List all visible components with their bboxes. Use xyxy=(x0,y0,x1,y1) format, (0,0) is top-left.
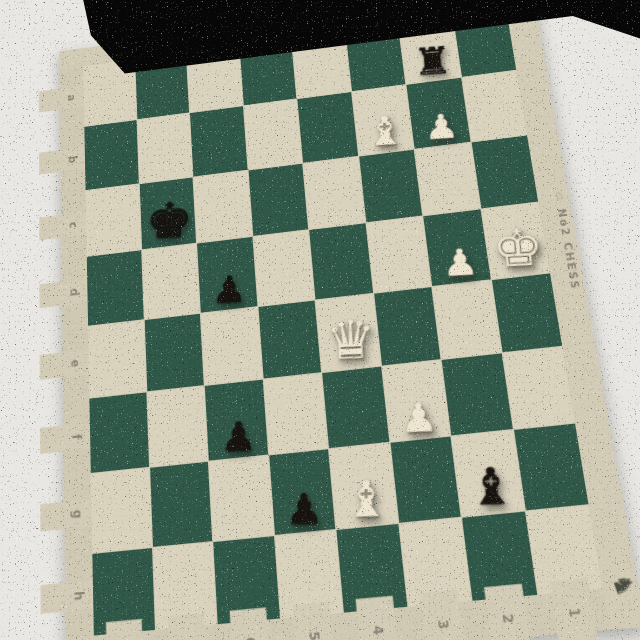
rank-label-3: 3 xyxy=(419,590,465,640)
board-square-b2[interactable]: ♟ xyxy=(406,78,470,148)
board-square-g2[interactable]: ♝ xyxy=(452,430,525,516)
board-square-b6[interactable] xyxy=(190,107,247,177)
board-square-d7[interactable] xyxy=(142,244,200,319)
board-square-c8[interactable] xyxy=(86,184,141,256)
rank-label-5: 5 xyxy=(292,602,334,640)
board-square-e2[interactable] xyxy=(432,280,501,359)
white-king-d1[interactable]: ♚ xyxy=(491,221,546,275)
white-pawn-b2[interactable]: ♟ xyxy=(423,109,460,145)
board-square-b1[interactable] xyxy=(462,71,527,142)
board-square-c3[interactable] xyxy=(359,150,422,223)
board-square-e4[interactable]: ♛ xyxy=(316,293,381,372)
board-square-f7[interactable] xyxy=(147,386,208,467)
black-rook-a2[interactable]: ♜ xyxy=(412,41,453,81)
board-square-g1[interactable] xyxy=(514,424,589,510)
board-square-c1[interactable] xyxy=(471,135,538,208)
board-square-b3[interactable]: ♝ xyxy=(352,85,414,155)
board-square-d2[interactable]: ♟ xyxy=(423,210,490,286)
board-square-d1[interactable]: ♚ xyxy=(481,203,550,279)
rank-label-7: 7 xyxy=(167,613,206,640)
board-square-g3[interactable] xyxy=(390,437,461,523)
board-square-e3[interactable] xyxy=(374,287,441,366)
board-square-f8[interactable] xyxy=(89,392,148,473)
board-square-e5[interactable] xyxy=(258,300,321,378)
board-square-g7[interactable] xyxy=(150,462,213,546)
black-pawn-f6[interactable]: ♟ xyxy=(220,416,257,457)
rank-label-8: 8 xyxy=(106,619,144,640)
board-square-g5[interactable]: ♟ xyxy=(269,450,335,535)
board-square-f4[interactable] xyxy=(322,367,389,449)
board-square-f5[interactable] xyxy=(263,373,328,455)
board-square-b7[interactable] xyxy=(137,114,193,184)
white-bishop-b3[interactable]: ♝ xyxy=(364,109,407,152)
board-square-f6[interactable]: ♟ xyxy=(205,380,268,461)
board-square-d5[interactable] xyxy=(253,230,315,305)
board-square-f2[interactable] xyxy=(442,353,513,435)
chess-board: a♜b♝♟c♚d♟♟♚e♛f♟♟g♟♝♝h87654321 ♘ No2 CHES… xyxy=(59,0,640,640)
board-square-e6[interactable] xyxy=(201,307,262,385)
board-square-c2[interactable] xyxy=(415,142,480,215)
board-square-b5[interactable] xyxy=(243,100,302,170)
board-square-e8[interactable] xyxy=(88,320,146,398)
board-square-d8[interactable] xyxy=(87,250,143,325)
white-queen-e4[interactable]: ♛ xyxy=(325,313,377,369)
board-square-d4[interactable] xyxy=(309,223,372,299)
board-square-g6[interactable] xyxy=(209,456,273,541)
board-square-c6[interactable] xyxy=(193,170,251,242)
white-bishop-g4[interactable]: ♝ xyxy=(343,473,390,525)
rank-label-4: 4 xyxy=(356,596,400,640)
black-king-c7[interactable]: ♚ xyxy=(145,195,194,246)
board-square-b8[interactable] xyxy=(84,120,138,189)
white-pawn-d2[interactable]: ♟ xyxy=(441,243,479,282)
black-pawn-g5[interactable]: ♟ xyxy=(285,488,323,531)
black-bishop-g2[interactable]: ♝ xyxy=(466,460,516,512)
white-pawn-f3[interactable]: ♟ xyxy=(399,396,438,438)
board-square-f1[interactable] xyxy=(502,347,575,430)
board-square-c5[interactable] xyxy=(248,164,308,237)
board-square-c7[interactable]: ♚ xyxy=(139,177,196,249)
board-square-e1[interactable] xyxy=(491,273,562,352)
board-border xyxy=(59,48,82,68)
black-pawn-d6[interactable]: ♟ xyxy=(211,270,246,308)
rank-label-6: 6 xyxy=(230,607,271,640)
board-square-d3[interactable] xyxy=(366,217,431,293)
board-square-g8[interactable] xyxy=(91,468,152,552)
chess-board-grid: a♜b♝♟c♚d♟♟♚e♛f♟♟g♟♝♝h87654321 xyxy=(59,0,640,640)
board-square-d6[interactable]: ♟ xyxy=(197,237,257,312)
board-square-c4[interactable] xyxy=(303,157,365,230)
board-square-b4[interactable] xyxy=(297,92,357,162)
board-square-e7[interactable] xyxy=(144,313,204,391)
board-square-g4[interactable]: ♝ xyxy=(329,443,398,528)
photo-of-chessboard: a♜b♝♟c♚d♟♟♚e♛f♟♟g♟♝♝h87654321 ♘ No2 CHES… xyxy=(0,0,640,640)
board-square-f3[interactable]: ♟ xyxy=(382,360,451,442)
